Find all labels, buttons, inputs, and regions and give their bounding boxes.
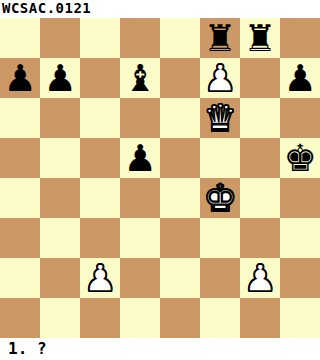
square-c8[interactable] — [80, 18, 120, 58]
square-d1[interactable] — [120, 298, 160, 338]
square-a2[interactable] — [0, 258, 40, 298]
square-b3[interactable] — [40, 218, 80, 258]
piece-white-queen[interactable]: ♛ — [200, 98, 240, 138]
square-a4[interactable] — [0, 178, 40, 218]
square-f3[interactable] — [200, 218, 240, 258]
piece-white-pawn[interactable]: ♟ — [80, 258, 120, 298]
square-g5[interactable] — [240, 138, 280, 178]
square-f4[interactable]: ♚ — [200, 178, 240, 218]
square-d7[interactable]: ♝ — [120, 58, 160, 98]
piece-black-pawn[interactable]: ♟ — [0, 58, 40, 98]
square-a3[interactable] — [0, 218, 40, 258]
square-b2[interactable] — [40, 258, 80, 298]
piece-black-king[interactable]: ♚ — [280, 138, 320, 178]
square-d2[interactable] — [120, 258, 160, 298]
square-f1[interactable] — [200, 298, 240, 338]
square-d6[interactable] — [120, 98, 160, 138]
square-c6[interactable] — [80, 98, 120, 138]
square-d8[interactable] — [120, 18, 160, 58]
square-g2[interactable]: ♟ — [240, 258, 280, 298]
piece-black-rook[interactable]: ♜ — [240, 18, 280, 58]
chess-board: ♜♜♟♟♝♟♟♛♟♚♚♟♟ — [0, 18, 320, 338]
square-a6[interactable] — [0, 98, 40, 138]
square-d4[interactable] — [120, 178, 160, 218]
square-c2[interactable]: ♟ — [80, 258, 120, 298]
square-g8[interactable]: ♜ — [240, 18, 280, 58]
piece-black-rook[interactable]: ♜ — [200, 18, 240, 58]
square-g4[interactable] — [240, 178, 280, 218]
square-b8[interactable] — [40, 18, 80, 58]
square-b1[interactable] — [40, 298, 80, 338]
square-e1[interactable] — [160, 298, 200, 338]
square-d5[interactable]: ♟ — [120, 138, 160, 178]
square-c1[interactable] — [80, 298, 120, 338]
square-h6[interactable] — [280, 98, 320, 138]
square-e5[interactable] — [160, 138, 200, 178]
square-a5[interactable] — [0, 138, 40, 178]
square-b4[interactable] — [40, 178, 80, 218]
piece-white-pawn[interactable]: ♟ — [240, 258, 280, 298]
piece-white-king[interactable]: ♚ — [200, 178, 240, 218]
square-f7[interactable]: ♟ — [200, 58, 240, 98]
square-e8[interactable] — [160, 18, 200, 58]
puzzle-id: WCSAC.0121 — [0, 0, 320, 18]
square-e2[interactable] — [160, 258, 200, 298]
square-h4[interactable] — [280, 178, 320, 218]
square-f5[interactable] — [200, 138, 240, 178]
square-h7[interactable]: ♟ — [280, 58, 320, 98]
square-c5[interactable] — [80, 138, 120, 178]
square-a8[interactable] — [0, 18, 40, 58]
square-g6[interactable] — [240, 98, 280, 138]
square-c4[interactable] — [80, 178, 120, 218]
move-prompt: 1. ? — [0, 338, 320, 360]
square-f6[interactable]: ♛ — [200, 98, 240, 138]
square-c3[interactable] — [80, 218, 120, 258]
square-e6[interactable] — [160, 98, 200, 138]
square-g3[interactable] — [240, 218, 280, 258]
square-g7[interactable] — [240, 58, 280, 98]
square-h1[interactable] — [280, 298, 320, 338]
piece-white-pawn[interactable]: ♟ — [200, 58, 240, 98]
square-a7[interactable]: ♟ — [0, 58, 40, 98]
square-h8[interactable] — [280, 18, 320, 58]
square-f8[interactable]: ♜ — [200, 18, 240, 58]
piece-black-pawn[interactable]: ♟ — [120, 138, 160, 178]
square-d3[interactable] — [120, 218, 160, 258]
square-b5[interactable] — [40, 138, 80, 178]
square-e4[interactable] — [160, 178, 200, 218]
square-f2[interactable] — [200, 258, 240, 298]
square-h5[interactable]: ♚ — [280, 138, 320, 178]
square-h3[interactable] — [280, 218, 320, 258]
square-b7[interactable]: ♟ — [40, 58, 80, 98]
piece-black-pawn[interactable]: ♟ — [280, 58, 320, 98]
piece-black-bishop[interactable]: ♝ — [120, 58, 160, 98]
square-b6[interactable] — [40, 98, 80, 138]
square-h2[interactable] — [280, 258, 320, 298]
square-g1[interactable] — [240, 298, 280, 338]
piece-black-pawn[interactable]: ♟ — [40, 58, 80, 98]
square-a1[interactable] — [0, 298, 40, 338]
square-c7[interactable] — [80, 58, 120, 98]
square-e3[interactable] — [160, 218, 200, 258]
square-e7[interactable] — [160, 58, 200, 98]
